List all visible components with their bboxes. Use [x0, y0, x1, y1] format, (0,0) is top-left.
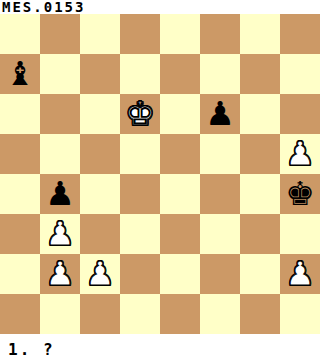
square-b8[interactable] [40, 14, 80, 54]
square-a4[interactable] [0, 174, 40, 214]
square-h7[interactable] [280, 54, 320, 94]
square-h4[interactable]: ♚ [280, 174, 320, 214]
piece-white-pawn: ♟ [85, 254, 115, 294]
piece-white-pawn: ♟ [285, 254, 315, 294]
chess-puzzle-window: MES.0153 ♝♚♟♟♟♚♟♟♟♟ 1. ? [0, 0, 320, 360]
square-e8[interactable] [160, 14, 200, 54]
square-g5[interactable] [240, 134, 280, 174]
piece-black-king: ♚ [285, 174, 315, 214]
square-c8[interactable] [80, 14, 120, 54]
square-d4[interactable] [120, 174, 160, 214]
square-f6[interactable]: ♟ [200, 94, 240, 134]
square-b7[interactable] [40, 54, 80, 94]
square-g2[interactable] [240, 254, 280, 294]
square-g6[interactable] [240, 94, 280, 134]
piece-white-pawn: ♟ [45, 214, 75, 254]
square-c7[interactable] [80, 54, 120, 94]
piece-white-pawn: ♟ [45, 254, 75, 294]
square-a5[interactable] [0, 134, 40, 174]
square-b4[interactable]: ♟ [40, 174, 80, 214]
square-h1[interactable] [280, 294, 320, 334]
square-a7[interactable]: ♝ [0, 54, 40, 94]
piece-white-pawn: ♟ [285, 134, 315, 174]
square-c5[interactable] [80, 134, 120, 174]
square-g3[interactable] [240, 214, 280, 254]
square-h8[interactable] [280, 14, 320, 54]
chess-board: ♝♚♟♟♟♚♟♟♟♟ [0, 14, 320, 334]
square-f4[interactable] [200, 174, 240, 214]
square-e6[interactable] [160, 94, 200, 134]
square-g4[interactable] [240, 174, 280, 214]
square-a3[interactable] [0, 214, 40, 254]
square-e2[interactable] [160, 254, 200, 294]
square-f5[interactable] [200, 134, 240, 174]
square-b2[interactable]: ♟ [40, 254, 80, 294]
square-c3[interactable] [80, 214, 120, 254]
square-h2[interactable]: ♟ [280, 254, 320, 294]
square-d8[interactable] [120, 14, 160, 54]
square-b3[interactable]: ♟ [40, 214, 80, 254]
square-e7[interactable] [160, 54, 200, 94]
square-e4[interactable] [160, 174, 200, 214]
square-d3[interactable] [120, 214, 160, 254]
square-f8[interactable] [200, 14, 240, 54]
square-d1[interactable] [120, 294, 160, 334]
square-h6[interactable] [280, 94, 320, 134]
square-f3[interactable] [200, 214, 240, 254]
square-a1[interactable] [0, 294, 40, 334]
square-d2[interactable] [120, 254, 160, 294]
square-d6[interactable]: ♚ [120, 94, 160, 134]
square-a6[interactable] [0, 94, 40, 134]
square-c4[interactable] [80, 174, 120, 214]
piece-black-pawn: ♟ [205, 94, 235, 134]
square-c2[interactable]: ♟ [80, 254, 120, 294]
piece-white-king: ♚ [125, 94, 155, 134]
square-b6[interactable] [40, 94, 80, 134]
square-d5[interactable] [120, 134, 160, 174]
square-b5[interactable] [40, 134, 80, 174]
square-f1[interactable] [200, 294, 240, 334]
square-b1[interactable] [40, 294, 80, 334]
square-e5[interactable] [160, 134, 200, 174]
square-g8[interactable] [240, 14, 280, 54]
piece-black-bishop: ♝ [5, 54, 35, 94]
square-h5[interactable]: ♟ [280, 134, 320, 174]
square-f7[interactable] [200, 54, 240, 94]
square-d7[interactable] [120, 54, 160, 94]
square-g7[interactable] [240, 54, 280, 94]
square-e1[interactable] [160, 294, 200, 334]
square-c1[interactable] [80, 294, 120, 334]
square-e3[interactable] [160, 214, 200, 254]
square-a8[interactable] [0, 14, 40, 54]
square-a2[interactable] [0, 254, 40, 294]
puzzle-id-label: MES.0153 [0, 0, 320, 14]
square-h3[interactable] [280, 214, 320, 254]
square-f2[interactable] [200, 254, 240, 294]
square-g1[interactable] [240, 294, 280, 334]
piece-black-pawn: ♟ [45, 174, 75, 214]
square-c6[interactable] [80, 94, 120, 134]
move-prompt-label: 1. ? [0, 334, 320, 359]
